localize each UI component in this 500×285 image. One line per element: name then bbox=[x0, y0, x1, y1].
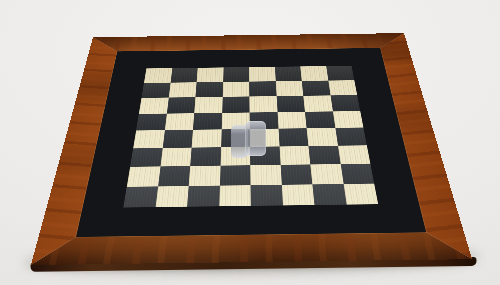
square-e1 bbox=[250, 185, 282, 206]
square-b7 bbox=[168, 82, 196, 97]
square-b6 bbox=[167, 97, 196, 113]
square-g7 bbox=[302, 80, 331, 95]
square-c2 bbox=[189, 166, 221, 186]
square-f7 bbox=[275, 81, 303, 96]
square-b3 bbox=[160, 147, 191, 166]
square-d8 bbox=[223, 67, 249, 82]
square-h3 bbox=[338, 145, 371, 164]
square-g2 bbox=[310, 164, 343, 184]
square-f2 bbox=[280, 164, 312, 184]
square-e7 bbox=[249, 81, 276, 96]
photo-background bbox=[0, 0, 500, 285]
square-e8 bbox=[249, 67, 275, 82]
square-g6 bbox=[303, 95, 332, 111]
square-a4 bbox=[133, 130, 164, 148]
square-a1 bbox=[123, 186, 157, 207]
square-e2 bbox=[250, 165, 281, 185]
square-h1 bbox=[343, 183, 378, 204]
square-d1 bbox=[219, 185, 251, 206]
square-c3 bbox=[190, 147, 221, 166]
square-f3 bbox=[279, 146, 310, 165]
square-a8 bbox=[144, 68, 172, 83]
square-c4 bbox=[192, 129, 222, 147]
square-d7 bbox=[222, 81, 249, 96]
square-g3 bbox=[308, 145, 340, 164]
square-h6 bbox=[330, 95, 360, 111]
square-g8 bbox=[300, 66, 328, 81]
square-c1 bbox=[187, 185, 220, 206]
square-h7 bbox=[328, 80, 357, 95]
square-g1 bbox=[312, 184, 346, 205]
square-a3 bbox=[130, 148, 162, 167]
watermark-overlay bbox=[230, 121, 267, 158]
square-a5 bbox=[136, 113, 166, 130]
square-h2 bbox=[340, 164, 374, 184]
square-a2 bbox=[127, 166, 160, 186]
square-h8 bbox=[326, 66, 354, 81]
square-a7 bbox=[141, 82, 170, 97]
square-h5 bbox=[333, 111, 364, 128]
square-f4 bbox=[278, 128, 308, 146]
square-b2 bbox=[158, 166, 190, 186]
square-g5 bbox=[305, 111, 335, 128]
square-d6 bbox=[222, 96, 250, 112]
square-f1 bbox=[281, 184, 314, 205]
square-c7 bbox=[195, 82, 222, 97]
square-g4 bbox=[307, 128, 338, 146]
square-d2 bbox=[220, 165, 251, 185]
watermark-shape-right bbox=[245, 121, 266, 156]
square-c8 bbox=[197, 67, 224, 82]
square-b8 bbox=[170, 68, 197, 83]
square-b4 bbox=[162, 130, 193, 148]
square-c5 bbox=[193, 113, 222, 130]
square-c6 bbox=[194, 97, 222, 113]
square-a6 bbox=[139, 98, 169, 114]
square-f8 bbox=[275, 66, 302, 81]
square-h4 bbox=[335, 128, 367, 146]
square-f6 bbox=[276, 96, 305, 112]
square-b5 bbox=[165, 113, 195, 130]
square-e6 bbox=[249, 96, 277, 112]
square-f5 bbox=[277, 112, 306, 129]
square-b1 bbox=[155, 186, 188, 207]
